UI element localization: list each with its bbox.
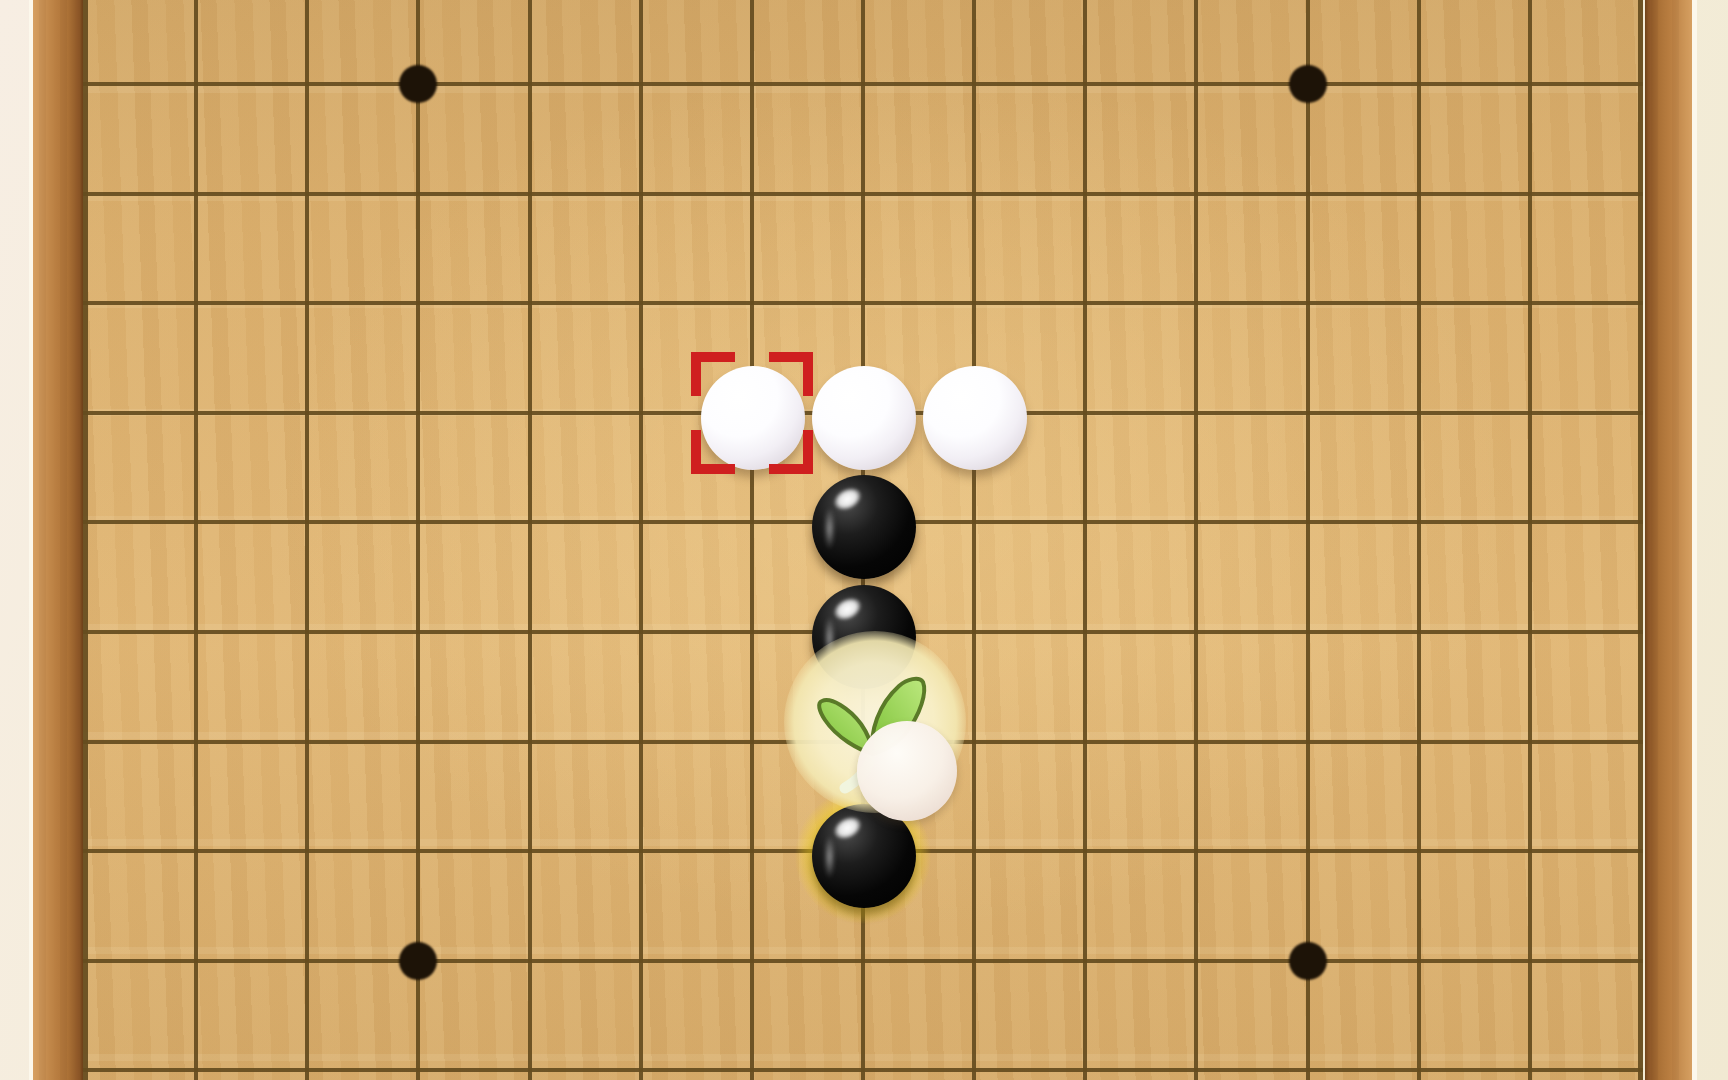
hint-ghost-white-stone[interactable] bbox=[857, 721, 957, 821]
grid-line-v-13 bbox=[1417, 0, 1421, 1080]
bracket-corner-bl bbox=[691, 430, 735, 474]
grid-line-v-6 bbox=[639, 0, 643, 1080]
grid-line-v-15 bbox=[1638, 0, 1643, 1080]
grid-line-h-4 bbox=[83, 82, 1643, 86]
grid-line-v-14 bbox=[1528, 0, 1532, 1080]
grid-line-v-12 bbox=[1306, 0, 1310, 1080]
grid-line-v-7 bbox=[750, 0, 754, 1080]
grid-line-h-5 bbox=[83, 192, 1643, 196]
grid-line-h-12 bbox=[83, 959, 1643, 963]
grid-line-h-13 bbox=[83, 1068, 1643, 1072]
last-white-move-bracket bbox=[691, 352, 813, 474]
board-frame-right bbox=[1645, 0, 1692, 1080]
stone-black-h8 bbox=[812, 475, 916, 579]
grid-line-v-11 bbox=[1194, 0, 1198, 1080]
grid-line-v-2 bbox=[194, 0, 198, 1080]
gomoku-game-screen bbox=[0, 0, 1728, 1080]
bracket-corner-tl bbox=[691, 352, 735, 396]
grid-line-v-5 bbox=[528, 0, 532, 1080]
grid-line-v-4 bbox=[416, 0, 420, 1080]
bracket-corner-tr bbox=[769, 352, 813, 396]
grid-line-h-6 bbox=[83, 301, 1643, 305]
bracket-corner-br bbox=[769, 430, 813, 474]
star-point bbox=[1289, 942, 1327, 980]
star-point bbox=[399, 942, 437, 980]
board-frame-left bbox=[33, 0, 83, 1080]
star-point bbox=[1289, 65, 1327, 103]
grid-line-v-1 bbox=[83, 0, 88, 1080]
grid-line-v-9 bbox=[972, 0, 976, 1080]
board-edge-highlight-right bbox=[1692, 0, 1697, 1080]
stone-white-i9 bbox=[923, 366, 1027, 470]
stone-white-h9 bbox=[812, 366, 916, 470]
grid-line-v-3 bbox=[305, 0, 309, 1080]
grid-line-v-10 bbox=[1083, 0, 1087, 1080]
